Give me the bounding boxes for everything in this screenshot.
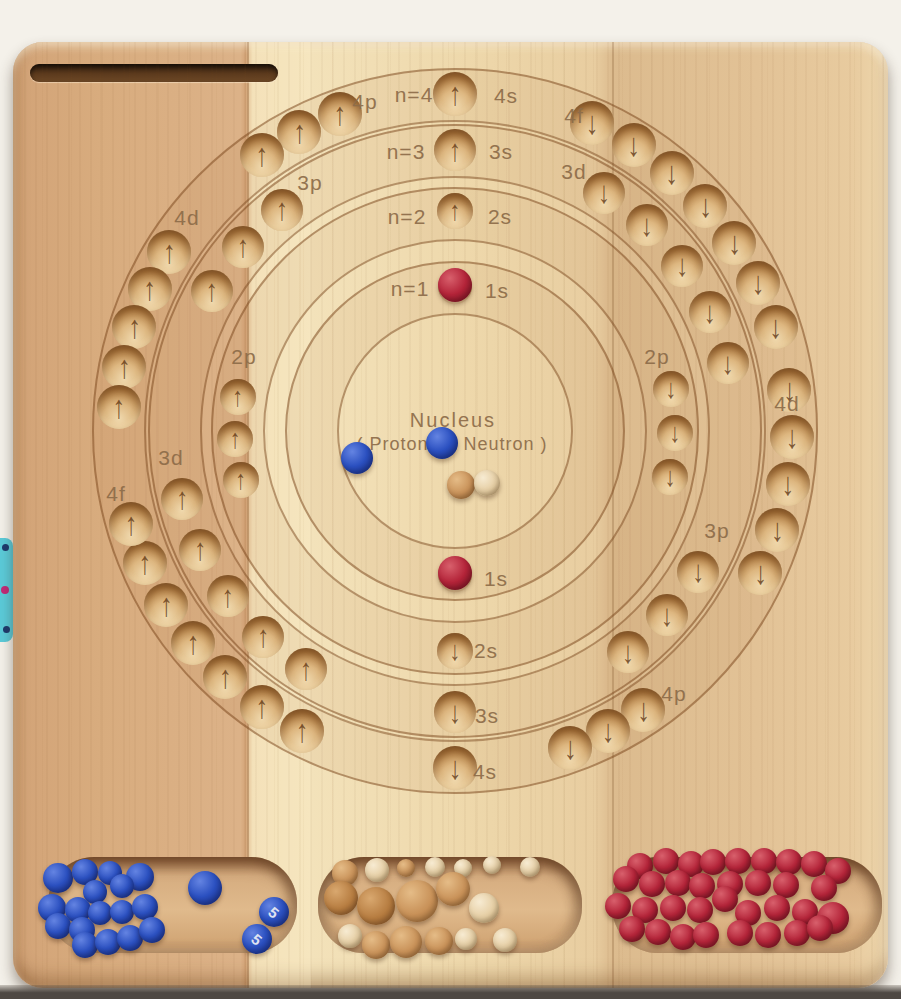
shell-label-n1: n=1 <box>391 277 430 301</box>
electron-bead[interactable] <box>700 849 726 875</box>
spin-up-arrow-icon: ↑ <box>300 654 313 685</box>
orbital-slot-3d-up[interactable]: ↑ <box>161 478 203 520</box>
spin-down-arrow-icon: ↓ <box>598 177 611 208</box>
orbital-label-2p-left: 2p <box>231 345 256 369</box>
orbital-slot-4d-down[interactable]: ↓ <box>770 415 814 459</box>
neutron-bead[interactable] <box>425 857 445 877</box>
spin-down-arrow-icon: ↓ <box>669 419 680 447</box>
neutron-bead[interactable] <box>390 926 422 958</box>
electron-bead[interactable] <box>438 556 472 590</box>
orbital-slot-4f-up[interactable]: ↑ <box>123 541 167 585</box>
proton-bead[interactable]: 5 <box>259 897 289 927</box>
spin-down-arrow-icon: ↓ <box>751 267 764 300</box>
spin-down-arrow-icon: ↓ <box>703 297 716 328</box>
electron-bead[interactable] <box>670 924 696 950</box>
neutron-bead[interactable] <box>397 859 415 877</box>
neutron-bead[interactable] <box>469 893 499 923</box>
proton-bead[interactable] <box>139 917 165 943</box>
orbital-slot-4p-down[interactable]: ↓ <box>548 726 592 770</box>
spin-down-arrow-icon: ↓ <box>586 107 599 140</box>
spin-down-arrow-icon: ↓ <box>627 129 640 162</box>
orbital-label-4p-top-left: 4p <box>352 90 377 114</box>
spin-down-arrow-icon: ↓ <box>637 694 650 727</box>
spin-down-arrow-icon: ↓ <box>769 311 782 344</box>
electron-bead[interactable] <box>712 886 738 912</box>
orbital-label-3s-bottom: 3s <box>475 704 499 728</box>
spin-down-arrow-icon: ↓ <box>771 513 784 546</box>
shell-label-n4: n=4 <box>395 83 434 107</box>
spin-up-arrow-icon: ↑ <box>230 425 241 453</box>
spin-down-arrow-icon: ↓ <box>676 250 689 281</box>
electron-bead[interactable] <box>693 922 719 948</box>
proton-bead[interactable] <box>426 427 458 459</box>
proton-bead[interactable] <box>110 900 134 924</box>
electron-bead[interactable] <box>764 895 790 921</box>
orbital-slot-4f-down[interactable]: ↓ <box>612 123 656 167</box>
spin-up-arrow-icon: ↑ <box>276 194 289 225</box>
orbital-slot-2p-up[interactable]: ↑ <box>220 379 256 415</box>
orbital-label-1s-bottom: 1s <box>484 567 508 591</box>
spin-up-arrow-icon: ↑ <box>296 715 309 748</box>
spin-up-arrow-icon: ↑ <box>450 197 461 225</box>
electron-bead[interactable] <box>613 866 639 892</box>
spin-up-arrow-icon: ↑ <box>221 581 234 612</box>
spin-up-arrow-icon: ↑ <box>118 350 131 383</box>
spin-up-arrow-icon: ↑ <box>449 78 462 111</box>
spin-down-arrow-icon: ↓ <box>781 467 794 500</box>
electron-bead[interactable] <box>801 851 827 877</box>
orbital-slot-3d-down[interactable]: ↓ <box>689 291 731 333</box>
orbital-label-4d-right: 4d <box>774 392 799 416</box>
neutron-bead[interactable] <box>455 928 477 950</box>
spin-down-arrow-icon: ↓ <box>699 189 712 222</box>
table-shadow-strip <box>0 985 901 999</box>
orbital-slot-4d-up[interactable]: ↑ <box>97 385 141 429</box>
spin-down-arrow-icon: ↓ <box>785 421 798 454</box>
orbital-slot-2s-down[interactable]: ↓ <box>437 633 473 669</box>
orbital-slot-4d-up[interactable]: ↑ <box>128 267 172 311</box>
orbital-slot-4d-down[interactable]: ↓ <box>766 462 810 506</box>
orbital-slot-3d-up[interactable]: ↑ <box>242 616 284 658</box>
orbital-slot-4f-down[interactable]: ↓ <box>736 261 780 305</box>
spin-down-arrow-icon: ↓ <box>661 600 674 631</box>
orbital-label-2p-right: 2p <box>644 345 669 369</box>
spin-down-arrow-icon: ↓ <box>449 752 462 785</box>
orbital-slot-4p-down[interactable]: ↓ <box>586 709 630 753</box>
spin-up-arrow-icon: ↑ <box>333 98 346 131</box>
electron-bead[interactable] <box>745 870 771 896</box>
spin-down-arrow-icon: ↓ <box>721 347 734 378</box>
neutron-bead[interactable] <box>365 858 389 882</box>
electron-bead[interactable] <box>776 849 802 875</box>
orbital-label-4s-bottom: 4s <box>473 760 497 784</box>
spin-down-arrow-icon: ↓ <box>564 731 577 764</box>
orbital-label-3p-bottom-right: 3p <box>704 519 729 543</box>
neutron-bead[interactable] <box>396 880 438 922</box>
proton-bead[interactable]: 5 <box>242 924 272 954</box>
orbital-slot-3s-down[interactable]: ↓ <box>434 691 476 733</box>
orbital-slot-2s-up[interactable]: ↑ <box>437 193 473 229</box>
orbital-slot-3d-down[interactable]: ↓ <box>661 245 703 287</box>
neutron-bead[interactable] <box>493 928 517 952</box>
spin-down-arrow-icon: ↓ <box>692 556 705 587</box>
spin-down-arrow-icon: ↓ <box>640 210 653 241</box>
spin-up-arrow-icon: ↑ <box>176 483 189 514</box>
orbital-label-3d-left: 3d <box>158 446 183 470</box>
proton-bead[interactable] <box>132 894 158 920</box>
electron-bead[interactable] <box>811 875 837 901</box>
orbital-slot-2p-down[interactable]: ↓ <box>653 371 689 407</box>
spin-up-arrow-icon: ↑ <box>235 467 246 495</box>
orbital-slot-3d-up[interactable]: ↑ <box>179 529 221 571</box>
nucleus-label: Nucleus <box>410 409 496 432</box>
electron-bead[interactable] <box>619 916 645 942</box>
proton-bead[interactable] <box>72 932 98 958</box>
orbital-label-4f-top-right: 4f <box>564 104 584 128</box>
orbital-slot-4f-up[interactable]: ↑ <box>109 502 153 546</box>
orbital-label-4p-bottom-right: 4p <box>661 682 686 706</box>
spin-down-arrow-icon: ↓ <box>665 157 678 190</box>
spin-up-arrow-icon: ↑ <box>255 691 268 724</box>
spin-up-arrow-icon: ↑ <box>194 534 207 565</box>
neutron-bead[interactable] <box>362 931 390 959</box>
electron-bead[interactable] <box>784 920 810 946</box>
shell-label-n2: n=2 <box>388 205 427 229</box>
toy-spot <box>3 626 10 633</box>
spin-up-arrow-icon: ↑ <box>160 588 173 621</box>
spin-down-arrow-icon: ↓ <box>449 696 462 727</box>
orbital-slot-4p-up[interactable]: ↑ <box>240 133 284 177</box>
electron-bead[interactable] <box>605 893 631 919</box>
orbital-slot-4f-down[interactable]: ↓ <box>683 184 727 228</box>
proton-bead[interactable] <box>110 874 134 898</box>
orbital-slot-3d-down[interactable]: ↓ <box>626 204 668 246</box>
electron-bead[interactable] <box>665 870 691 896</box>
neutron-bead[interactable] <box>357 887 395 925</box>
toy-spot <box>1 586 9 594</box>
spin-up-arrow-icon: ↑ <box>449 134 462 165</box>
orbital-slot-2p-up[interactable]: ↑ <box>217 421 253 457</box>
spin-up-arrow-icon: ↑ <box>138 546 151 579</box>
spin-down-arrow-icon: ↓ <box>665 463 676 491</box>
orbital-label-3p-top-left: 3p <box>297 171 322 195</box>
orbital-label-4f-left: 4f <box>106 482 126 506</box>
orbital-slot-4d-up[interactable]: ↑ <box>102 345 146 389</box>
orbital-slot-4d-down[interactable]: ↓ <box>755 508 799 552</box>
spin-down-arrow-icon: ↓ <box>728 226 741 259</box>
orbital-slot-4f-up[interactable]: ↑ <box>240 685 284 729</box>
spin-down-arrow-icon: ↓ <box>665 375 676 403</box>
spin-up-arrow-icon: ↑ <box>125 508 138 541</box>
proton-bead[interactable] <box>43 863 73 893</box>
spin-up-arrow-icon: ↑ <box>128 311 141 344</box>
orbital-slot-2p-down[interactable]: ↓ <box>652 459 688 495</box>
orbital-label-4d-left: 4d <box>174 206 199 230</box>
proton-bead[interactable] <box>341 442 373 474</box>
shell-label-n3: n=3 <box>387 140 426 164</box>
orbital-slot-3d-up[interactable]: ↑ <box>207 575 249 617</box>
neutron-bead[interactable] <box>425 927 453 955</box>
electron-bead[interactable] <box>727 920 753 946</box>
spin-up-arrow-icon: ↑ <box>219 661 232 694</box>
orbital-slot-3p-up[interactable]: ↑ <box>191 270 233 312</box>
orbital-slot-3p-up[interactable]: ↑ <box>222 226 264 268</box>
electron-bead[interactable] <box>438 268 472 302</box>
spin-up-arrow-icon: ↑ <box>112 391 125 424</box>
neutron-bead[interactable] <box>474 470 500 496</box>
electron-bead[interactable] <box>639 871 665 897</box>
electron-bead[interactable] <box>807 915 833 941</box>
orbital-slot-2p-down[interactable]: ↓ <box>657 415 693 451</box>
proton-bead[interactable] <box>45 913 71 939</box>
electron-bead[interactable] <box>687 897 713 923</box>
neutron-bead[interactable] <box>447 471 475 499</box>
neutron-bead[interactable] <box>338 924 362 948</box>
orbital-label-3s-top: 3s <box>489 140 513 164</box>
orbital-slot-3d-down[interactable]: ↓ <box>583 172 625 214</box>
orbital-slot-4f-up[interactable]: ↑ <box>171 621 215 665</box>
orbital-slot-3s-up[interactable]: ↑ <box>434 129 476 171</box>
toy-spot <box>2 544 9 551</box>
neutron-bead[interactable] <box>483 856 501 874</box>
orbital-slot-4f-down[interactable]: ↓ <box>754 305 798 349</box>
spin-up-arrow-icon: ↑ <box>293 116 306 149</box>
orbital-slot-3p-down[interactable]: ↓ <box>677 551 719 593</box>
spin-up-arrow-icon: ↑ <box>237 231 250 262</box>
neutron-bead[interactable] <box>520 857 540 877</box>
photo-scene: Nucleus ( Protons & Neutron ) ↑↓↑↑↑↑↓↓↓↓… <box>0 0 901 999</box>
neutron-bead[interactable] <box>436 872 470 906</box>
spin-up-arrow-icon: ↑ <box>232 383 243 411</box>
proton-bead[interactable] <box>188 871 222 905</box>
orbital-slot-3d-down[interactable]: ↓ <box>707 342 749 384</box>
spin-up-arrow-icon: ↑ <box>187 627 200 660</box>
spin-down-arrow-icon: ↓ <box>450 637 461 665</box>
spin-up-arrow-icon: ↑ <box>205 275 218 306</box>
orbital-slot-2p-up[interactable]: ↑ <box>223 462 259 498</box>
spin-down-arrow-icon: ↓ <box>754 557 767 590</box>
orbital-label-1s-top: 1s <box>485 279 509 303</box>
spin-up-arrow-icon: ↑ <box>143 272 156 305</box>
spin-down-arrow-icon: ↓ <box>622 637 635 668</box>
electron-bead[interactable] <box>689 873 715 899</box>
orbital-label-4s-top: 4s <box>494 84 518 108</box>
background-toy-object <box>0 538 13 642</box>
orbital-slot-4f-down[interactable]: ↓ <box>650 151 694 195</box>
spin-up-arrow-icon: ↑ <box>257 621 270 652</box>
orbital-label-3d-top-right: 3d <box>561 160 586 184</box>
electron-bead[interactable] <box>755 922 781 948</box>
orbital-slot-4f-down[interactable]: ↓ <box>712 221 756 265</box>
spin-down-arrow-icon: ↓ <box>601 715 614 748</box>
electron-bead[interactable] <box>645 919 671 945</box>
pencil-slot <box>30 64 278 82</box>
electron-bead[interactable] <box>660 895 686 921</box>
neutron-bead[interactable] <box>324 881 358 915</box>
orbital-slot-4f-up[interactable]: ↑ <box>280 709 324 753</box>
orbital-slot-4s-down[interactable]: ↓ <box>433 746 477 790</box>
orbital-label-2s-bottom: 2s <box>474 639 498 663</box>
orbital-slot-4f-up[interactable]: ↑ <box>144 583 188 627</box>
orbital-label-2s-top: 2s <box>488 205 512 229</box>
spin-up-arrow-icon: ↑ <box>163 236 176 269</box>
orbital-slot-4s-up[interactable]: ↑ <box>433 72 477 116</box>
spin-up-arrow-icon: ↑ <box>255 139 268 172</box>
